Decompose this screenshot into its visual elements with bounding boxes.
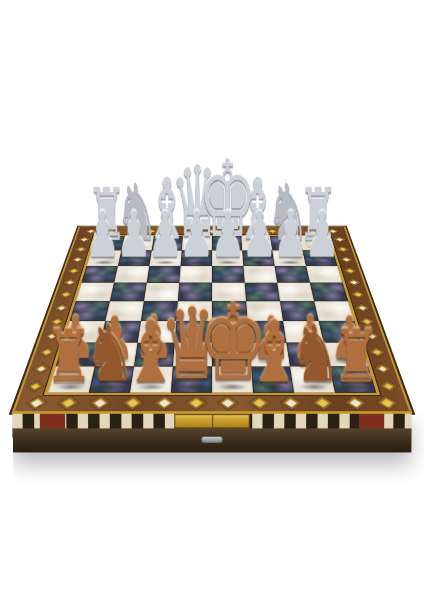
box-side-wood (12, 428, 411, 452)
diamond-inlay (314, 396, 333, 409)
square-c6[interactable] (147, 266, 181, 283)
diamond-inlay (60, 291, 73, 298)
diamond-inlay (72, 257, 84, 263)
diamond-inlay (218, 396, 237, 409)
square-a1[interactable]: ♜ (48, 367, 95, 393)
square-b7[interactable]: ♟ (118, 250, 152, 266)
frame-ornament-bottom (19, 396, 406, 410)
square-b5[interactable] (110, 283, 147, 301)
inlay-strip (12, 414, 412, 428)
diamond-inlay (28, 381, 44, 391)
square-g5[interactable] (277, 283, 314, 301)
piece-silver-pawn-b7[interactable]: ♟ (116, 205, 151, 265)
diamond-inlay (346, 396, 365, 409)
square-g6[interactable] (275, 266, 310, 283)
diamond-inlay (27, 396, 46, 409)
square-h1[interactable]: ♜ (329, 367, 376, 393)
diamond-inlay (250, 396, 269, 409)
diamond-inlay (91, 396, 110, 409)
square-c7[interactable]: ♟ (149, 250, 182, 266)
square-c1[interactable]: ♝ (130, 367, 173, 393)
square-g7[interactable]: ♟ (272, 250, 306, 266)
latch-icon (202, 437, 223, 443)
piece-silver-pawn-g7[interactable]: ♟ (273, 205, 308, 265)
red-inlay-accent (40, 414, 65, 428)
board-grid: ♜♞♝♛♚♝♞♜♟♟♟♟♟♟♟♟♟♟♟♟♟♟♟♟♜♞♝♛♚♝♞♜ (44, 235, 381, 395)
diamond-inlay (352, 291, 365, 298)
photo-background: ♜♞♝♛♚♝♞♜♟♟♟♟♟♟♟♟♟♟♟♟♟♟♟♟♜♞♝♛♚♝♞♜ (0, 0, 424, 600)
square-h5[interactable] (310, 283, 348, 301)
piece-silver-pawn-c7[interactable]: ♟ (147, 205, 182, 265)
piece-silver-pawn-a7[interactable]: ♟ (84, 205, 120, 265)
piece-silver-pawn-f7[interactable]: ♟ (241, 205, 276, 265)
diamond-inlay (59, 396, 78, 409)
diamond-inlay (64, 279, 76, 286)
square-a6[interactable] (81, 266, 118, 283)
square-h7[interactable]: ♟ (303, 250, 338, 266)
piece-copper-rook-a1[interactable]: ♜ (44, 323, 93, 392)
piece-copper-king-e1[interactable]: ♚ (198, 292, 268, 392)
diamond-inlay (155, 396, 174, 409)
piece-silver-pawn-h7[interactable]: ♟ (304, 205, 340, 265)
piece-copper-bishop-c1[interactable]: ♝ (122, 312, 178, 392)
diamond-inlay (123, 396, 142, 409)
square-d7[interactable]: ♟ (181, 250, 212, 266)
square-e7[interactable]: ♟ (212, 250, 243, 266)
diamond-inlay (340, 257, 352, 263)
diamond-inlay (381, 381, 397, 391)
piece-silver-pawn-e7[interactable]: ♟ (210, 205, 245, 265)
square-b6[interactable] (114, 266, 149, 283)
square-h6[interactable] (306, 266, 343, 283)
box-front-side (12, 411, 412, 452)
hinge (174, 414, 250, 428)
square-a5[interactable] (76, 283, 114, 301)
red-inlay-accent (359, 414, 384, 428)
piece-silver-pawn-d7[interactable]: ♟ (179, 205, 214, 265)
square-e1[interactable]: ♚ (212, 367, 253, 393)
diamond-inlay (68, 267, 80, 273)
diamond-inlay (348, 279, 360, 286)
product-photo-scene: ♜♞♝♛♚♝♞♜♟♟♟♟♟♟♟♟♟♟♟♟♟♟♟♟♜♞♝♛♚♝♞♜ (0, 106, 424, 496)
piece-copper-rook-h1[interactable]: ♜ (331, 323, 380, 392)
diamond-inlay (344, 267, 356, 273)
diamond-inlay (186, 396, 205, 409)
diamond-inlay (377, 396, 396, 409)
square-f7[interactable]: ♟ (242, 250, 275, 266)
chess-board: ♜♞♝♛♚♝♞♜♟♟♟♟♟♟♟♟♟♟♟♟♟♟♟♟♜♞♝♛♚♝♞♜ (15, 227, 410, 411)
diamond-inlay (282, 396, 301, 409)
